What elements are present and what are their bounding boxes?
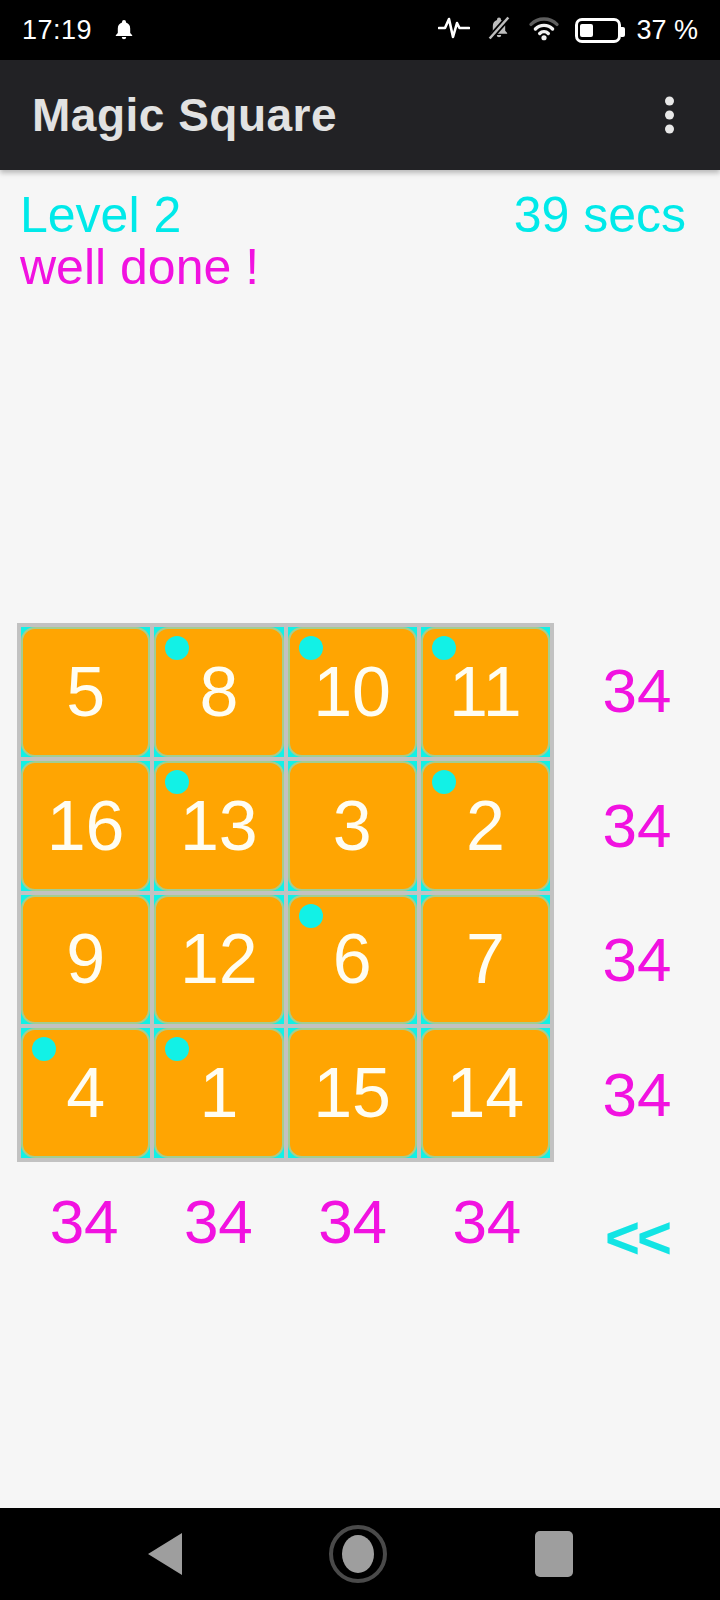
battery-percent: 37 % — [636, 15, 698, 46]
nav-home-button[interactable] — [329, 1525, 387, 1583]
number-tile: 4 — [21, 1028, 150, 1158]
col-sum-2: 34 — [151, 1186, 285, 1257]
cell-r1c4[interactable]: 11 — [421, 627, 550, 757]
tile-number: 12 — [180, 919, 258, 999]
number-tile: 13 — [154, 761, 283, 891]
recents-square-icon — [535, 1531, 573, 1577]
tile-number: 6 — [333, 919, 372, 999]
number-tile: 9 — [21, 895, 150, 1025]
cell-r1c3[interactable]: 10 — [288, 627, 417, 757]
marker-dot — [165, 770, 189, 794]
col-sums-row: 34343434 — [17, 1186, 554, 1256]
row-sum-3: 34 — [554, 893, 720, 1028]
cell-r3c4[interactable]: 7 — [421, 895, 550, 1025]
cell-r3c3[interactable]: 6 — [288, 895, 417, 1025]
number-tile: 15 — [288, 1028, 417, 1158]
battery-icon — [575, 18, 621, 43]
nav-recents-button[interactable] — [535, 1531, 573, 1577]
number-tile: 8 — [154, 627, 283, 757]
back-triangle-icon — [148, 1533, 182, 1575]
row-sum-1: 34 — [554, 623, 720, 758]
row-sums-column: 34343434 — [554, 623, 720, 1162]
phone-screen: 17:19 37 % Magic Square Leve — [0, 0, 720, 1600]
row-sum-4: 34 — [554, 1027, 720, 1162]
cell-r2c2[interactable]: 13 — [154, 761, 283, 891]
notification-bell-icon — [112, 18, 136, 42]
wifi-icon — [528, 15, 560, 45]
clock: 17:19 — [22, 15, 92, 46]
magic-grid: 58101116133291267411514 — [17, 623, 554, 1162]
cell-r1c2[interactable]: 8 — [154, 627, 283, 757]
cell-r3c1[interactable]: 9 — [21, 895, 150, 1025]
cell-r2c4[interactable]: 2 — [421, 761, 550, 891]
cell-r2c3[interactable]: 3 — [288, 761, 417, 891]
notifications-muted-icon — [485, 14, 513, 46]
number-tile: 5 — [21, 627, 150, 757]
number-tile: 11 — [421, 627, 550, 757]
marker-dot — [165, 636, 189, 660]
tile-number: 8 — [199, 652, 238, 732]
overflow-menu-icon[interactable] — [659, 91, 680, 140]
app-title: Magic Square — [32, 88, 337, 142]
tile-number: 5 — [66, 652, 105, 732]
col-sum-4: 34 — [420, 1186, 554, 1257]
status-bar: 17:19 37 % — [0, 0, 720, 60]
tile-number: 14 — [446, 1053, 524, 1133]
nav-back-button[interactable] — [148, 1533, 182, 1575]
tile-number: 13 — [180, 786, 258, 866]
marker-dot — [432, 770, 456, 794]
number-tile: 12 — [154, 895, 283, 1025]
marker-dot — [165, 1037, 189, 1061]
number-tile: 14 — [421, 1028, 550, 1158]
tile-number: 7 — [466, 919, 505, 999]
number-tile: 6 — [288, 895, 417, 1025]
home-circle-icon — [329, 1525, 387, 1583]
number-tile: 16 — [21, 761, 150, 891]
info-row: Level 2 39 secs — [20, 186, 686, 244]
number-tile: 10 — [288, 627, 417, 757]
status-message: well done ! — [20, 238, 259, 296]
marker-dot — [299, 636, 323, 660]
timer-label: 39 secs — [514, 186, 686, 244]
number-tile: 2 — [421, 761, 550, 891]
number-tile: 3 — [288, 761, 417, 891]
cell-r3c2[interactable]: 12 — [154, 895, 283, 1025]
tile-number: 9 — [66, 919, 105, 999]
tile-number: 1 — [199, 1053, 238, 1133]
tile-number: 2 — [466, 786, 505, 866]
cell-r4c3[interactable]: 15 — [288, 1028, 417, 1158]
cell-r2c1[interactable]: 16 — [21, 761, 150, 891]
android-nav-bar — [0, 1508, 720, 1600]
pulse-icon — [438, 15, 470, 45]
undo-button[interactable]: << — [554, 1202, 720, 1272]
marker-dot — [299, 904, 323, 928]
battery-fill-level — [580, 24, 593, 37]
number-tile: 1 — [154, 1028, 283, 1158]
tile-number: 16 — [47, 786, 125, 866]
row-sum-2: 34 — [554, 758, 720, 893]
tile-number: 3 — [333, 786, 372, 866]
tile-number: 15 — [313, 1053, 391, 1133]
app-bar: Magic Square — [0, 60, 720, 170]
col-sum-1: 34 — [17, 1186, 151, 1257]
marker-dot — [432, 636, 456, 660]
cell-r1c1[interactable]: 5 — [21, 627, 150, 757]
tile-number: 10 — [313, 652, 391, 732]
marker-dot — [32, 1037, 56, 1061]
cell-r4c4[interactable]: 14 — [421, 1028, 550, 1158]
col-sum-3: 34 — [286, 1186, 420, 1257]
number-tile: 7 — [421, 895, 550, 1025]
tile-number: 4 — [66, 1053, 105, 1133]
cell-r4c2[interactable]: 1 — [154, 1028, 283, 1158]
level-label: Level 2 — [20, 186, 181, 244]
tile-number: 11 — [449, 652, 522, 732]
cell-r4c1[interactable]: 4 — [21, 1028, 150, 1158]
